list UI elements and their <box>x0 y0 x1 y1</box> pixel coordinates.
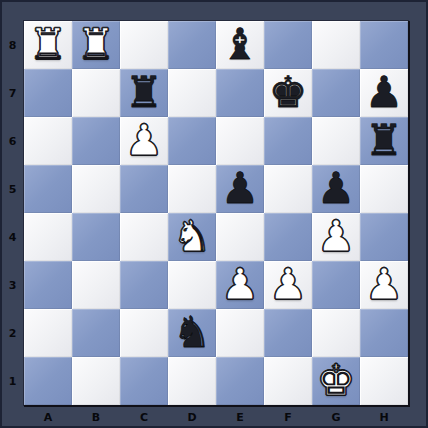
square-c3[interactable] <box>120 261 168 309</box>
black-bishop[interactable]: ♝ <box>221 23 260 66</box>
square-e4[interactable] <box>216 213 264 261</box>
white-rook[interactable]: ♜ <box>29 23 68 66</box>
square-c8[interactable] <box>120 21 168 69</box>
square-a7[interactable] <box>24 69 72 117</box>
file-label-h: H <box>360 408 408 426</box>
chess-board: ♜♜♝♜♚♟♟♜♟♟♞♟♟♟♟♞♚ <box>24 21 410 407</box>
square-g5[interactable]: ♟ <box>312 165 360 213</box>
rank-label-4: 4 <box>2 213 23 261</box>
square-f6[interactable] <box>264 117 312 165</box>
square-c7[interactable]: ♜ <box>120 69 168 117</box>
square-c1[interactable] <box>120 357 168 405</box>
square-b7[interactable] <box>72 69 120 117</box>
square-e3[interactable]: ♟ <box>216 261 264 309</box>
white-pawn[interactable]: ♟ <box>125 119 164 162</box>
square-a6[interactable] <box>24 117 72 165</box>
square-b3[interactable] <box>72 261 120 309</box>
rank-label-7: 7 <box>2 69 23 117</box>
white-pawn[interactable]: ♟ <box>365 263 404 306</box>
square-b2[interactable] <box>72 309 120 357</box>
square-b6[interactable] <box>72 117 120 165</box>
file-label-g: G <box>312 408 360 426</box>
rank-label-3: 3 <box>2 261 23 309</box>
square-d1[interactable] <box>168 357 216 405</box>
file-label-a: A <box>24 408 72 426</box>
square-a2[interactable] <box>24 309 72 357</box>
square-a4[interactable] <box>24 213 72 261</box>
square-f5[interactable] <box>264 165 312 213</box>
white-pawn[interactable]: ♟ <box>269 263 308 306</box>
square-h8[interactable] <box>360 21 408 69</box>
square-g7[interactable] <box>312 69 360 117</box>
square-c4[interactable] <box>120 213 168 261</box>
file-label-c: C <box>120 408 168 426</box>
square-e2[interactable] <box>216 309 264 357</box>
file-label-d: D <box>168 408 216 426</box>
rank-label-8: 8 <box>2 21 23 69</box>
black-pawn[interactable]: ♟ <box>365 71 404 114</box>
black-pawn[interactable]: ♟ <box>221 167 260 210</box>
square-h7[interactable]: ♟ <box>360 69 408 117</box>
square-d3[interactable] <box>168 261 216 309</box>
square-a5[interactable] <box>24 165 72 213</box>
square-f2[interactable] <box>264 309 312 357</box>
white-knight[interactable]: ♞ <box>173 215 212 258</box>
square-e5[interactable]: ♟ <box>216 165 264 213</box>
square-g2[interactable] <box>312 309 360 357</box>
square-h1[interactable] <box>360 357 408 405</box>
square-a1[interactable] <box>24 357 72 405</box>
square-f4[interactable] <box>264 213 312 261</box>
file-label-b: B <box>72 408 120 426</box>
file-label-f: F <box>264 408 312 426</box>
rank-label-6: 6 <box>2 117 23 165</box>
square-b4[interactable] <box>72 213 120 261</box>
square-d8[interactable] <box>168 21 216 69</box>
black-knight[interactable]: ♞ <box>173 311 212 354</box>
square-f1[interactable] <box>264 357 312 405</box>
square-e1[interactable] <box>216 357 264 405</box>
square-c2[interactable] <box>120 309 168 357</box>
black-rook[interactable]: ♜ <box>365 119 404 162</box>
file-label-e: E <box>216 408 264 426</box>
square-e8[interactable]: ♝ <box>216 21 264 69</box>
square-d2[interactable]: ♞ <box>168 309 216 357</box>
square-g4[interactable]: ♟ <box>312 213 360 261</box>
white-king[interactable]: ♚ <box>317 359 356 402</box>
square-d7[interactable] <box>168 69 216 117</box>
square-h6[interactable]: ♜ <box>360 117 408 165</box>
square-e7[interactable] <box>216 69 264 117</box>
square-f8[interactable] <box>264 21 312 69</box>
square-g1[interactable]: ♚ <box>312 357 360 405</box>
rank-label-5: 5 <box>2 165 23 213</box>
rank-label-1: 1 <box>2 357 23 405</box>
square-h2[interactable] <box>360 309 408 357</box>
square-a8[interactable]: ♜ <box>24 21 72 69</box>
square-g8[interactable] <box>312 21 360 69</box>
square-d6[interactable] <box>168 117 216 165</box>
square-h3[interactable]: ♟ <box>360 261 408 309</box>
rank-label-2: 2 <box>2 309 23 357</box>
black-pawn[interactable]: ♟ <box>317 167 356 210</box>
white-pawn[interactable]: ♟ <box>221 263 260 306</box>
square-b5[interactable] <box>72 165 120 213</box>
square-c5[interactable] <box>120 165 168 213</box>
black-rook[interactable]: ♜ <box>125 71 164 114</box>
square-e6[interactable] <box>216 117 264 165</box>
square-c6[interactable]: ♟ <box>120 117 168 165</box>
square-f3[interactable]: ♟ <box>264 261 312 309</box>
square-b8[interactable]: ♜ <box>72 21 120 69</box>
square-b1[interactable] <box>72 357 120 405</box>
square-h4[interactable] <box>360 213 408 261</box>
square-g6[interactable] <box>312 117 360 165</box>
square-d4[interactable]: ♞ <box>168 213 216 261</box>
square-h5[interactable] <box>360 165 408 213</box>
square-g3[interactable] <box>312 261 360 309</box>
chess-board-panel: ♜♜♝♜♚♟♟♜♟♟♞♟♟♟♟♞♚ 87654321ABCDEFGH <box>0 0 428 428</box>
square-a3[interactable] <box>24 261 72 309</box>
square-d5[interactable] <box>168 165 216 213</box>
white-rook[interactable]: ♜ <box>77 23 116 66</box>
square-f7[interactable]: ♚ <box>264 69 312 117</box>
black-king[interactable]: ♚ <box>269 71 308 114</box>
white-pawn[interactable]: ♟ <box>317 215 356 258</box>
